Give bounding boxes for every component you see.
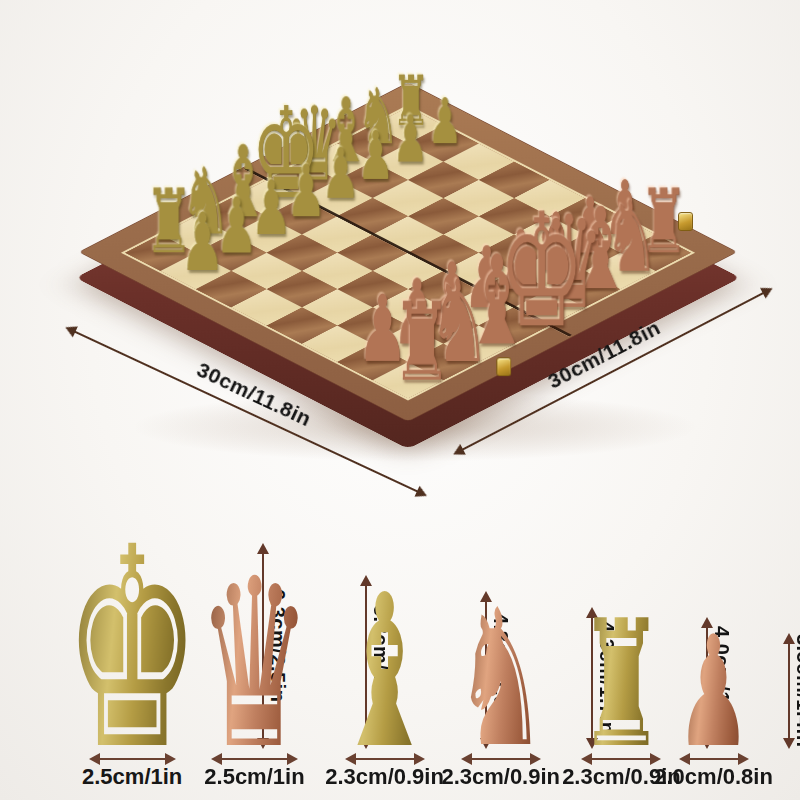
product-photo-scene: ♜♟♟♜♞♟♟♞♝♟♟♝♛♟♟♛♚♟♟♚♝♟♟♝♞♟♟♞♜♟♟♜ 30cm/11…: [0, 0, 800, 500]
copper-r-piece: ♜: [392, 289, 423, 397]
base-width-arrow: [347, 758, 423, 760]
copper-knight-figure: ♞: [454, 585, 547, 746]
brass-p-piece: ♟: [427, 90, 458, 153]
height-label: 3.5cm/1.4in: [792, 634, 800, 747]
base-width-arrow: [213, 758, 296, 760]
piece-size-lineup: ♚2.5cm/1in6.3cm/2.5in♛2.5cm/1in5.3cm/2.1…: [0, 500, 800, 800]
base-width-arrow: [463, 758, 539, 760]
brass-p-piece: ♟: [180, 203, 211, 283]
brass-p-piece: ♟: [357, 123, 388, 190]
brass-p-piece: ♟: [392, 107, 423, 172]
base-width-arrow: [681, 758, 747, 760]
copper-p-piece: ♟: [357, 284, 388, 376]
lineup-figure-pawn: ♟2.0cm/0.8in3.5cm/1.4in: [645, 616, 800, 790]
brass-r-piece: ♜: [144, 178, 175, 266]
copper-pawn-figure: ♟: [676, 616, 751, 746]
gold-clasp: [497, 357, 512, 376]
height-arrow: [788, 635, 790, 747]
